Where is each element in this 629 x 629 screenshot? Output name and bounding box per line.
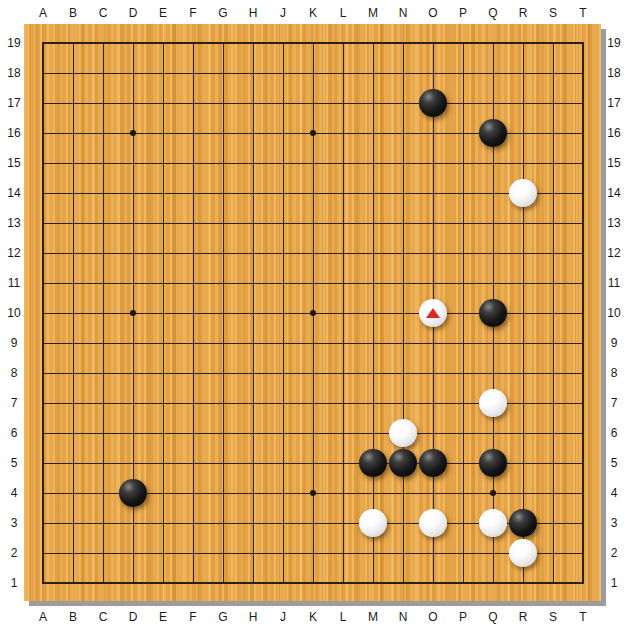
- coordinate-label: C: [99, 6, 108, 20]
- grid-line: [583, 43, 584, 584]
- coordinate-label: 3: [611, 516, 618, 530]
- coordinate-label: 13: [7, 216, 20, 230]
- white-stone[interactable]: [419, 509, 447, 537]
- coordinate-label: 19: [607, 36, 620, 50]
- coordinate-label: B: [69, 6, 77, 20]
- star-point: [490, 490, 496, 496]
- coordinate-label: 8: [11, 366, 18, 380]
- coordinate-label: 9: [611, 336, 618, 350]
- coordinate-label: 10: [607, 306, 620, 320]
- coordinate-label: F: [189, 6, 196, 20]
- coordinate-label: L: [340, 610, 347, 624]
- grid-line: [373, 43, 374, 584]
- star-point: [130, 130, 136, 136]
- white-stone[interactable]: [479, 509, 507, 537]
- coordinate-label: 4: [611, 486, 618, 500]
- coordinate-label: M: [368, 6, 378, 20]
- coordinate-label: 6: [611, 426, 618, 440]
- coordinate-label: T: [579, 610, 586, 624]
- coordinate-label: 19: [7, 36, 20, 50]
- star-point: [310, 130, 316, 136]
- coordinate-label: 14: [7, 186, 20, 200]
- coordinate-label: 17: [607, 96, 620, 110]
- coordinate-label: 1: [11, 576, 18, 590]
- black-stone[interactable]: [389, 449, 417, 477]
- coordinate-label: G: [218, 6, 227, 20]
- coordinate-label: B: [69, 610, 77, 624]
- coordinate-label: 18: [7, 66, 20, 80]
- coordinate-label: N: [399, 610, 408, 624]
- grid-line: [343, 43, 344, 584]
- coordinate-label: 10: [7, 306, 20, 320]
- coordinate-label: 7: [611, 396, 618, 410]
- coordinate-label: 13: [607, 216, 620, 230]
- black-stone[interactable]: [509, 509, 537, 537]
- coordinate-label: 15: [7, 156, 20, 170]
- white-stone[interactable]: [359, 509, 387, 537]
- coordinate-label: S: [549, 610, 557, 624]
- black-stone[interactable]: [479, 449, 507, 477]
- coordinate-label: 15: [607, 156, 620, 170]
- coordinate-label: 14: [607, 186, 620, 200]
- coordinate-label: 12: [7, 246, 20, 260]
- white-stone[interactable]: [479, 389, 507, 417]
- coordinate-label: N: [399, 6, 408, 20]
- go-board-screen: ABCDEFGHJKLMNOPQRST ABCDEFGHJKLMNOPQRST …: [0, 0, 629, 629]
- coordinate-label: 1: [611, 576, 618, 590]
- coordinate-label: M: [368, 610, 378, 624]
- coordinate-label: 18: [607, 66, 620, 80]
- coordinate-label: R: [519, 6, 528, 20]
- white-stone[interactable]: [419, 299, 447, 327]
- coordinate-label: 2: [11, 546, 18, 560]
- coordinate-label: 16: [607, 126, 620, 140]
- coordinate-label: J: [280, 610, 286, 624]
- coordinate-label: H: [249, 6, 258, 20]
- grid-line: [43, 433, 584, 434]
- grid-line: [553, 43, 554, 584]
- coordinate-label: 11: [608, 276, 620, 290]
- coordinate-label: D: [129, 610, 138, 624]
- grid-line: [523, 43, 524, 584]
- triangle-marker: [426, 308, 440, 318]
- white-stone[interactable]: [509, 539, 537, 567]
- black-stone[interactable]: [479, 299, 507, 327]
- coordinate-label: A: [39, 6, 47, 20]
- coordinate-label: J: [280, 6, 286, 20]
- coordinate-label: P: [459, 6, 467, 20]
- coordinate-label: 5: [11, 456, 18, 470]
- grid-line: [463, 43, 464, 584]
- white-stone[interactable]: [389, 419, 417, 447]
- grid-line: [43, 343, 584, 344]
- coordinate-label: 5: [611, 456, 618, 470]
- coordinate-label: 16: [7, 126, 20, 140]
- star-point: [130, 310, 136, 316]
- coordinate-label: L: [340, 6, 347, 20]
- black-stone[interactable]: [479, 119, 507, 147]
- coordinate-label: 2: [611, 546, 618, 560]
- coordinate-label: Q: [488, 6, 497, 20]
- coordinate-label: K: [309, 6, 317, 20]
- grid-line: [403, 43, 404, 584]
- coordinate-label: 4: [11, 486, 18, 500]
- black-stone[interactable]: [359, 449, 387, 477]
- coordinate-label: 17: [7, 96, 20, 110]
- coordinate-label: F: [189, 610, 196, 624]
- coordinate-label: E: [159, 610, 167, 624]
- coordinate-label: 6: [11, 426, 18, 440]
- coordinate-label: K: [309, 610, 317, 624]
- coordinate-label: D: [129, 6, 138, 20]
- goban[interactable]: [24, 24, 601, 601]
- grid-line: [43, 373, 584, 374]
- coordinate-label: 3: [11, 516, 18, 530]
- coordinate-label: P: [459, 610, 467, 624]
- coordinate-label: 11: [8, 276, 20, 290]
- coordinate-label: R: [519, 610, 528, 624]
- coordinate-label: 8: [611, 366, 618, 380]
- coordinate-label: O: [428, 610, 437, 624]
- coordinate-label: Q: [488, 610, 497, 624]
- coordinate-label: C: [99, 610, 108, 624]
- coordinate-label: A: [39, 610, 47, 624]
- black-stone[interactable]: [119, 479, 147, 507]
- black-stone[interactable]: [419, 89, 447, 117]
- coordinate-label: 9: [11, 336, 18, 350]
- star-point: [310, 490, 316, 496]
- grid-line: [43, 553, 584, 554]
- coordinate-label: O: [428, 6, 437, 20]
- coordinate-label: 7: [11, 396, 18, 410]
- coordinate-label: G: [218, 610, 227, 624]
- coordinate-label: S: [549, 6, 557, 20]
- coordinate-label: 12: [607, 246, 620, 260]
- star-point: [310, 310, 316, 316]
- coordinate-label: T: [579, 6, 586, 20]
- black-stone[interactable]: [419, 449, 447, 477]
- coordinate-label: E: [159, 6, 167, 20]
- coordinate-label: H: [249, 610, 258, 624]
- grid-line: [43, 583, 584, 584]
- white-stone[interactable]: [509, 179, 537, 207]
